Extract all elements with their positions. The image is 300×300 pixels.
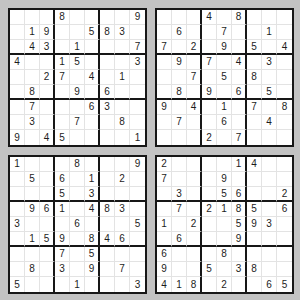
cell-r8c7: 8 bbox=[247, 262, 262, 277]
cell-r4c7: 8 bbox=[100, 202, 115, 217]
cell-r1c7 bbox=[100, 157, 115, 172]
cell-r1c9: 9 bbox=[130, 157, 145, 172]
cell-r7c1 bbox=[10, 100, 25, 115]
cell-r1c9: 9 bbox=[130, 10, 145, 25]
cell-r4c5: 1 bbox=[217, 202, 232, 217]
cell-r3c6: 6 bbox=[232, 187, 247, 202]
cell-r6c6: 6 bbox=[232, 85, 247, 100]
sudoku-sheet: 89195834317415327418967633789451 4867172… bbox=[0, 0, 300, 294]
cell-r6c1 bbox=[157, 85, 172, 100]
cell-r5c5 bbox=[217, 217, 232, 232]
cell-r2c4 bbox=[202, 25, 217, 40]
cell-r3c1 bbox=[10, 40, 25, 55]
cell-r8c3 bbox=[40, 262, 55, 277]
cell-r4c6: 4 bbox=[85, 202, 100, 217]
cell-r2c4: 6 bbox=[55, 172, 70, 187]
cell-r6c7 bbox=[247, 232, 262, 247]
cell-r3c4 bbox=[55, 40, 70, 55]
cell-r3c8 bbox=[262, 40, 277, 55]
cell-r2c6: 1 bbox=[85, 172, 100, 187]
cell-r7c2 bbox=[172, 247, 187, 262]
cell-r2c6 bbox=[232, 25, 247, 40]
cell-r9c7 bbox=[247, 130, 262, 145]
cell-r5c7: 8 bbox=[247, 70, 262, 85]
cell-r1c5: 8 bbox=[70, 157, 85, 172]
cell-r1c6: 8 bbox=[232, 10, 247, 25]
cell-r3c3: 2 bbox=[187, 40, 202, 55]
cell-r6c1 bbox=[10, 85, 25, 100]
cell-r1c2 bbox=[172, 10, 187, 25]
cell-r5c1 bbox=[10, 70, 25, 85]
cell-r4c1 bbox=[10, 202, 25, 217]
cell-r8c6 bbox=[232, 115, 247, 130]
cell-r1c1 bbox=[10, 10, 25, 25]
cell-r8c6: 3 bbox=[232, 262, 247, 277]
cell-r2c1 bbox=[10, 172, 25, 187]
cell-r7c8 bbox=[115, 247, 130, 262]
cell-r9c5 bbox=[70, 130, 85, 145]
cell-r7c2 bbox=[172, 100, 187, 115]
cell-r3c9 bbox=[130, 187, 145, 202]
cell-r7c1 bbox=[10, 247, 25, 262]
cell-r8c1 bbox=[10, 262, 25, 277]
cell-r8c7 bbox=[100, 115, 115, 130]
cell-r1c1: 1 bbox=[10, 157, 25, 172]
cell-r1c2 bbox=[25, 10, 40, 25]
cell-r7c8 bbox=[262, 247, 277, 262]
cell-r3c9: 2 bbox=[277, 187, 292, 202]
cell-r3c5 bbox=[70, 187, 85, 202]
cell-r9c1 bbox=[157, 130, 172, 145]
cell-r9c1: 4 bbox=[157, 277, 172, 292]
cell-r4c6: 8 bbox=[232, 202, 247, 217]
cell-r3c6 bbox=[232, 40, 247, 55]
cell-r7c4 bbox=[202, 100, 217, 115]
cell-r3c9: 4 bbox=[277, 40, 292, 55]
cell-r6c7 bbox=[247, 85, 262, 100]
cell-r8c1: 9 bbox=[157, 262, 172, 277]
cell-r4c1: 4 bbox=[10, 55, 25, 70]
sudoku-board-top-left: 89195834317415327418967633789451 bbox=[8, 8, 147, 147]
cell-r9c6 bbox=[232, 277, 247, 292]
cell-r5c9: 5 bbox=[130, 217, 145, 232]
cell-r2c1: 7 bbox=[157, 172, 172, 187]
cell-r3c7 bbox=[100, 187, 115, 202]
cell-r8c5 bbox=[70, 262, 85, 277]
cell-r9c4 bbox=[202, 277, 217, 292]
cell-r6c3 bbox=[40, 85, 55, 100]
cell-r3c8 bbox=[262, 187, 277, 202]
cell-r9c9: 3 bbox=[130, 277, 145, 292]
cell-r2c3 bbox=[187, 172, 202, 187]
cell-r6c3: 5 bbox=[40, 232, 55, 247]
cell-r3c5: 1 bbox=[70, 40, 85, 55]
cell-r4c5: 5 bbox=[70, 55, 85, 70]
cell-r7c4 bbox=[55, 100, 70, 115]
cell-r6c2: 1 bbox=[25, 232, 40, 247]
cell-r3c6 bbox=[85, 40, 100, 55]
cell-r8c4 bbox=[202, 115, 217, 130]
cell-r6c6: 9 bbox=[232, 232, 247, 247]
cell-r2c5: 9 bbox=[217, 172, 232, 187]
cell-r2c3: 9 bbox=[40, 25, 55, 40]
cell-r3c8 bbox=[115, 187, 130, 202]
cell-r5c5: 5 bbox=[217, 70, 232, 85]
cell-r6c2: 6 bbox=[172, 232, 187, 247]
cell-r7c1: 9 bbox=[157, 100, 172, 115]
cell-r6c2: 8 bbox=[25, 85, 40, 100]
cell-r1c6 bbox=[85, 10, 100, 25]
cell-r8c9 bbox=[277, 262, 292, 277]
sudoku-board-bottom-right: 2147935627218561259369689538418265 bbox=[155, 155, 294, 294]
cell-r4c4: 7 bbox=[202, 55, 217, 70]
cell-r8c5: 7 bbox=[70, 115, 85, 130]
cell-r8c9 bbox=[277, 115, 292, 130]
cell-r4c6 bbox=[85, 55, 100, 70]
cell-r5c9 bbox=[277, 70, 292, 85]
cell-r4c8 bbox=[115, 55, 130, 70]
cell-r8c9 bbox=[130, 115, 145, 130]
cell-r3c2: 4 bbox=[25, 40, 40, 55]
cell-r2c1 bbox=[10, 25, 25, 40]
cell-r4c3 bbox=[40, 55, 55, 70]
cell-r9c7 bbox=[247, 277, 262, 292]
cell-r5c6: 5 bbox=[232, 217, 247, 232]
cell-r2c4 bbox=[55, 25, 70, 40]
cell-r7c7 bbox=[247, 247, 262, 262]
cell-r6c6: 8 bbox=[85, 232, 100, 247]
cell-r7c9 bbox=[130, 100, 145, 115]
cell-r9c5: 2 bbox=[217, 277, 232, 292]
cell-r3c3: 3 bbox=[40, 40, 55, 55]
cell-r8c9 bbox=[130, 262, 145, 277]
cell-r9c9: 1 bbox=[130, 130, 145, 145]
cell-r4c7: 5 bbox=[247, 202, 262, 217]
cell-r2c7: 8 bbox=[100, 25, 115, 40]
cell-r1c4 bbox=[55, 157, 70, 172]
cell-r6c3 bbox=[187, 85, 202, 100]
cell-r6c2: 8 bbox=[172, 85, 187, 100]
cell-r5c8: 1 bbox=[115, 70, 130, 85]
cell-r2c3 bbox=[40, 172, 55, 187]
cell-r8c8: 4 bbox=[262, 115, 277, 130]
cell-r5c3: 7 bbox=[187, 70, 202, 85]
cell-r1c7 bbox=[247, 10, 262, 25]
cell-r5c6 bbox=[85, 217, 100, 232]
cell-r2c9 bbox=[130, 172, 145, 187]
cell-r9c7 bbox=[100, 130, 115, 145]
cell-r4c6: 4 bbox=[232, 55, 247, 70]
cell-r4c4: 1 bbox=[55, 202, 70, 217]
cell-r2c2: 5 bbox=[25, 172, 40, 187]
cell-r3c3 bbox=[40, 187, 55, 202]
cell-r7c7 bbox=[100, 247, 115, 262]
cell-r9c9 bbox=[277, 130, 292, 145]
cell-r5c4 bbox=[202, 70, 217, 85]
cell-r8c2: 7 bbox=[172, 115, 187, 130]
cell-r6c5 bbox=[217, 85, 232, 100]
cell-r2c8: 2 bbox=[115, 172, 130, 187]
cell-r2c1 bbox=[157, 25, 172, 40]
cell-r7c4: 7 bbox=[55, 247, 70, 262]
cell-r9c1: 9 bbox=[10, 130, 25, 145]
cell-r1c5 bbox=[217, 10, 232, 25]
cell-r8c1 bbox=[10, 115, 25, 130]
cell-r9c8: 6 bbox=[262, 277, 277, 292]
cell-r5c3: 2 bbox=[187, 217, 202, 232]
cell-r1c8 bbox=[262, 10, 277, 25]
cell-r2c6: 5 bbox=[85, 25, 100, 40]
cell-r2c8 bbox=[262, 172, 277, 187]
cell-r5c9 bbox=[277, 217, 292, 232]
cell-r4c2: 9 bbox=[172, 55, 187, 70]
cell-r2c2: 1 bbox=[25, 25, 40, 40]
cell-r9c2 bbox=[25, 130, 40, 145]
cell-r1c4 bbox=[202, 157, 217, 172]
cell-r5c3 bbox=[40, 217, 55, 232]
cell-r4c2: 9 bbox=[25, 202, 40, 217]
cell-r3c7: 5 bbox=[247, 40, 262, 55]
cell-r7c1: 6 bbox=[157, 247, 172, 262]
cell-r7c2 bbox=[25, 247, 40, 262]
cell-r6c7: 6 bbox=[100, 85, 115, 100]
cell-r4c8: 3 bbox=[115, 202, 130, 217]
cell-r8c8: 8 bbox=[115, 115, 130, 130]
cell-r9c2 bbox=[172, 130, 187, 145]
cell-r7c6 bbox=[232, 247, 247, 262]
cell-r5c2 bbox=[25, 217, 40, 232]
cell-r8c1 bbox=[157, 115, 172, 130]
cell-r2c2: 6 bbox=[172, 25, 187, 40]
cell-r9c3: 4 bbox=[40, 130, 55, 145]
cell-r7c9 bbox=[130, 247, 145, 262]
cell-r8c5 bbox=[217, 262, 232, 277]
cell-r1c2 bbox=[25, 157, 40, 172]
cell-r1c9 bbox=[277, 10, 292, 25]
cell-r6c8: 6 bbox=[115, 232, 130, 247]
cell-r7c5 bbox=[70, 100, 85, 115]
cell-r9c6 bbox=[85, 130, 100, 145]
cell-r2c9 bbox=[277, 25, 292, 40]
cell-r4c9: 3 bbox=[130, 55, 145, 70]
cell-r3c4 bbox=[202, 40, 217, 55]
cell-r6c4 bbox=[202, 232, 217, 247]
cell-r4c5 bbox=[217, 55, 232, 70]
cell-r5c1: 1 bbox=[157, 217, 172, 232]
cell-r4c8 bbox=[262, 202, 277, 217]
cell-r9c7 bbox=[100, 277, 115, 292]
cell-r4c1 bbox=[157, 202, 172, 217]
cell-r1c3 bbox=[40, 10, 55, 25]
cell-r7c3 bbox=[187, 247, 202, 262]
cell-r2c8: 1 bbox=[262, 25, 277, 40]
cell-r7c3: 4 bbox=[187, 100, 202, 115]
cell-r6c7: 4 bbox=[100, 232, 115, 247]
cell-r3c6: 3 bbox=[85, 187, 100, 202]
cell-r9c6: 7 bbox=[232, 130, 247, 145]
cell-r3c2: 3 bbox=[172, 187, 187, 202]
cell-r9c2: 1 bbox=[172, 277, 187, 292]
cell-r6c4: 9 bbox=[202, 85, 217, 100]
cell-r9c8 bbox=[262, 130, 277, 145]
cell-r8c4: 5 bbox=[202, 262, 217, 277]
cell-r1c8 bbox=[115, 157, 130, 172]
cell-r3c3 bbox=[187, 187, 202, 202]
cell-r4c9 bbox=[277, 55, 292, 70]
cell-r4c7 bbox=[247, 55, 262, 70]
cell-r9c9: 5 bbox=[277, 277, 292, 292]
cell-r1c8 bbox=[115, 10, 130, 25]
cell-r5c7: 9 bbox=[247, 217, 262, 232]
cell-r9c3 bbox=[187, 130, 202, 145]
cell-r6c5 bbox=[70, 232, 85, 247]
cell-r4c2 bbox=[25, 55, 40, 70]
cell-r5c6: 4 bbox=[85, 70, 100, 85]
cell-r9c1: 5 bbox=[10, 277, 25, 292]
cell-r8c4 bbox=[55, 115, 70, 130]
cell-r3c5: 9 bbox=[217, 40, 232, 55]
cell-r3c4 bbox=[202, 187, 217, 202]
cell-r5c2 bbox=[25, 70, 40, 85]
cell-r2c5: 7 bbox=[217, 25, 232, 40]
cell-r2c6 bbox=[232, 172, 247, 187]
cell-r7c9: 8 bbox=[277, 100, 292, 115]
cell-r2c7 bbox=[247, 172, 262, 187]
cell-r2c7 bbox=[247, 25, 262, 40]
cell-r5c8 bbox=[262, 70, 277, 85]
cell-r8c3 bbox=[40, 115, 55, 130]
cell-r1c3 bbox=[187, 157, 202, 172]
cell-r8c7 bbox=[247, 115, 262, 130]
cell-r3c2 bbox=[25, 187, 40, 202]
cell-r5c1: 3 bbox=[10, 217, 25, 232]
sudoku-board-top-right: 4867172954974375889659417876427 bbox=[155, 8, 294, 147]
cell-r6c9 bbox=[130, 232, 145, 247]
cell-r1c4: 8 bbox=[55, 10, 70, 25]
cell-r4c8: 3 bbox=[262, 55, 277, 70]
cell-r1c8 bbox=[262, 157, 277, 172]
cell-r4c9: 6 bbox=[277, 202, 292, 217]
cell-r6c8 bbox=[262, 232, 277, 247]
cell-r5c6 bbox=[232, 70, 247, 85]
cell-r3c9: 7 bbox=[130, 40, 145, 55]
cell-r8c7 bbox=[100, 262, 115, 277]
cell-r3c7 bbox=[100, 40, 115, 55]
cell-r8c6 bbox=[85, 115, 100, 130]
cell-r9c3: 8 bbox=[187, 277, 202, 292]
cell-r8c2: 8 bbox=[25, 262, 40, 277]
cell-r7c2: 7 bbox=[25, 100, 40, 115]
cell-r8c6: 9 bbox=[85, 262, 100, 277]
cell-r2c3 bbox=[187, 25, 202, 40]
cell-r3c8 bbox=[115, 40, 130, 55]
cell-r5c2 bbox=[172, 217, 187, 232]
cell-r4c7 bbox=[100, 55, 115, 70]
cell-r4c3: 6 bbox=[40, 202, 55, 217]
cell-r2c9 bbox=[277, 172, 292, 187]
cell-r4c4: 1 bbox=[55, 55, 70, 70]
cell-r1c3 bbox=[40, 157, 55, 172]
cell-r6c5 bbox=[217, 232, 232, 247]
cell-r8c8: 7 bbox=[115, 262, 130, 277]
sudoku-board-bottom-left: 189561253961483365159846758397513 bbox=[8, 155, 147, 294]
cell-r9c4: 5 bbox=[55, 130, 70, 145]
cell-r5c8 bbox=[115, 217, 130, 232]
cell-r7c3 bbox=[40, 100, 55, 115]
cell-r3c1 bbox=[10, 187, 25, 202]
cell-r3c2 bbox=[172, 40, 187, 55]
cell-r6c4 bbox=[55, 85, 70, 100]
cell-r8c3 bbox=[187, 115, 202, 130]
cell-r1c5 bbox=[70, 10, 85, 25]
cell-r2c7 bbox=[100, 172, 115, 187]
cell-r5c3: 2 bbox=[40, 70, 55, 85]
cell-r2c4 bbox=[202, 172, 217, 187]
cell-r9c5: 1 bbox=[70, 277, 85, 292]
cell-r1c7: 4 bbox=[247, 157, 262, 172]
cell-r5c9 bbox=[130, 70, 145, 85]
cell-r1c1: 2 bbox=[157, 157, 172, 172]
cell-r7c7: 3 bbox=[100, 100, 115, 115]
cell-r2c8: 3 bbox=[115, 25, 130, 40]
cell-r8c3 bbox=[187, 262, 202, 277]
cell-r6c8 bbox=[115, 85, 130, 100]
cell-r3c7 bbox=[247, 187, 262, 202]
cell-r7c4 bbox=[202, 247, 217, 262]
cell-r1c4: 4 bbox=[202, 10, 217, 25]
cell-r6c4: 9 bbox=[55, 232, 70, 247]
cell-r1c5 bbox=[217, 157, 232, 172]
cell-r5c7 bbox=[100, 70, 115, 85]
cell-r5c4 bbox=[202, 217, 217, 232]
cell-r7c6: 6 bbox=[85, 100, 100, 115]
cell-r9c2 bbox=[25, 277, 40, 292]
cell-r8c2 bbox=[172, 262, 187, 277]
cell-r4c1 bbox=[157, 55, 172, 70]
cell-r6c1 bbox=[157, 232, 172, 247]
cell-r7c5: 1 bbox=[217, 100, 232, 115]
cell-r7c6: 5 bbox=[85, 247, 100, 262]
cell-r7c7: 7 bbox=[247, 100, 262, 115]
cell-r5c2 bbox=[172, 70, 187, 85]
cell-r1c6 bbox=[85, 157, 100, 172]
cell-r2c5 bbox=[70, 172, 85, 187]
cell-r7c6 bbox=[232, 100, 247, 115]
cell-r9c6 bbox=[85, 277, 100, 292]
cell-r6c6 bbox=[85, 85, 100, 100]
cell-r6c8: 5 bbox=[262, 85, 277, 100]
cell-r9c3 bbox=[40, 277, 55, 292]
cell-r7c3 bbox=[40, 247, 55, 262]
cell-r3c1 bbox=[157, 187, 172, 202]
cell-r3c5: 5 bbox=[217, 187, 232, 202]
cell-r5c1 bbox=[157, 70, 172, 85]
cell-r5c4 bbox=[55, 217, 70, 232]
cell-r1c3 bbox=[187, 10, 202, 25]
cell-r4c2: 7 bbox=[172, 202, 187, 217]
cell-r6c9 bbox=[130, 85, 145, 100]
cell-r2c2 bbox=[172, 172, 187, 187]
cell-r6c9 bbox=[277, 85, 292, 100]
cell-r3c1: 7 bbox=[157, 40, 172, 55]
cell-r5c8: 3 bbox=[262, 217, 277, 232]
cell-r1c9 bbox=[277, 157, 292, 172]
cell-r7c8 bbox=[262, 100, 277, 115]
cell-r3c4: 5 bbox=[55, 187, 70, 202]
cell-r2c5 bbox=[70, 25, 85, 40]
cell-r8c5: 6 bbox=[217, 115, 232, 130]
cell-r5c7 bbox=[100, 217, 115, 232]
